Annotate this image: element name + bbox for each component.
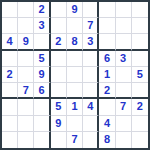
cell-r8c5[interactable]: [67, 116, 83, 132]
cell-r7c7[interactable]: [99, 99, 115, 115]
cell-r6c5[interactable]: [67, 83, 83, 99]
cell-r1c1[interactable]: [2, 2, 18, 18]
cell-r4c4[interactable]: [51, 51, 67, 67]
cell-r6c2[interactable]: 7: [18, 83, 34, 99]
cell-r5c6[interactable]: [83, 67, 99, 83]
cell-r8c6[interactable]: [83, 116, 99, 132]
cell-r8c8[interactable]: [116, 116, 132, 132]
cell-r7c4[interactable]: 5: [51, 99, 67, 115]
cell-r8c1[interactable]: [2, 116, 18, 132]
cell-r1c5[interactable]: 9: [67, 2, 83, 18]
cell-r7c9[interactable]: 2: [132, 99, 148, 115]
cell-r7c1[interactable]: [2, 99, 18, 115]
cell-r1c2[interactable]: [18, 2, 34, 18]
cell-r9c5[interactable]: 7: [67, 132, 83, 148]
cell-r6c3[interactable]: 6: [34, 83, 50, 99]
cell-r9c4[interactable]: [51, 132, 67, 148]
cell-r4c7[interactable]: 6: [99, 51, 115, 67]
cell-r4c5[interactable]: [67, 51, 83, 67]
cell-r5c4[interactable]: [51, 67, 67, 83]
cell-r3c4[interactable]: 2: [51, 34, 67, 50]
cell-r2c9[interactable]: [132, 18, 148, 34]
cell-r8c9[interactable]: [132, 116, 148, 132]
cell-r5c3[interactable]: 9: [34, 67, 50, 83]
cell-r4c3[interactable]: 5: [34, 51, 50, 67]
cell-r8c4[interactable]: 9: [51, 116, 67, 132]
cell-r2c5[interactable]: [67, 18, 83, 34]
cell-r3c1[interactable]: 4: [2, 34, 18, 50]
cell-r2c6[interactable]: 7: [83, 18, 99, 34]
cell-r5c8[interactable]: [116, 67, 132, 83]
cell-r3c8[interactable]: [116, 34, 132, 50]
cell-r9c2[interactable]: [18, 132, 34, 148]
cell-r2c8[interactable]: [116, 18, 132, 34]
cell-r1c3[interactable]: 2: [34, 2, 50, 18]
cell-r5c2[interactable]: [18, 67, 34, 83]
cell-r6c7[interactable]: 2: [99, 83, 115, 99]
cell-r6c4[interactable]: [51, 83, 67, 99]
cell-r3c3[interactable]: [34, 34, 50, 50]
cell-r4c8[interactable]: 3: [116, 51, 132, 67]
cell-r3c6[interactable]: 3: [83, 34, 99, 50]
cell-r3c9[interactable]: [132, 34, 148, 50]
cell-r5c1[interactable]: 2: [2, 67, 18, 83]
cell-r7c6[interactable]: 4: [83, 99, 99, 115]
cell-r2c2[interactable]: [18, 18, 34, 34]
cell-r9c9[interactable]: [132, 132, 148, 148]
cell-r7c2[interactable]: [18, 99, 34, 115]
cell-r9c1[interactable]: [2, 132, 18, 148]
cell-r4c2[interactable]: [18, 51, 34, 67]
cell-r6c9[interactable]: [132, 83, 148, 99]
cell-r6c8[interactable]: [116, 83, 132, 99]
cell-r1c9[interactable]: [132, 2, 148, 18]
cell-r1c7[interactable]: [99, 2, 115, 18]
cell-r4c1[interactable]: [2, 51, 18, 67]
cell-r4c6[interactable]: [83, 51, 99, 67]
cell-r8c2[interactable]: [18, 116, 34, 132]
cell-r2c4[interactable]: [51, 18, 67, 34]
cell-r8c7[interactable]: 4: [99, 116, 115, 132]
cell-r3c5[interactable]: 8: [67, 34, 83, 50]
cell-r7c5[interactable]: 1: [67, 99, 83, 115]
cell-r1c6[interactable]: [83, 2, 99, 18]
cell-r5c5[interactable]: [67, 67, 83, 83]
cell-r5c7[interactable]: 1: [99, 67, 115, 83]
cell-r5c9[interactable]: 5: [132, 67, 148, 83]
sudoku-board: 2937492835632915762514729478: [0, 0, 150, 150]
cell-r4c9[interactable]: [132, 51, 148, 67]
cell-r9c3[interactable]: [34, 132, 50, 148]
cell-r1c4[interactable]: [51, 2, 67, 18]
cell-r6c1[interactable]: [2, 83, 18, 99]
cell-r3c2[interactable]: 9: [18, 34, 34, 50]
cell-r9c8[interactable]: [116, 132, 132, 148]
cell-r3c7[interactable]: [99, 34, 115, 50]
cell-r2c3[interactable]: 3: [34, 18, 50, 34]
cell-r6c6[interactable]: [83, 83, 99, 99]
cell-r9c6[interactable]: [83, 132, 99, 148]
cell-r2c7[interactable]: [99, 18, 115, 34]
cell-r8c3[interactable]: [34, 116, 50, 132]
cell-r7c3[interactable]: [34, 99, 50, 115]
cell-r2c1[interactable]: [2, 18, 18, 34]
cell-r9c7[interactable]: 8: [99, 132, 115, 148]
cell-r1c8[interactable]: [116, 2, 132, 18]
cell-r7c8[interactable]: 7: [116, 99, 132, 115]
